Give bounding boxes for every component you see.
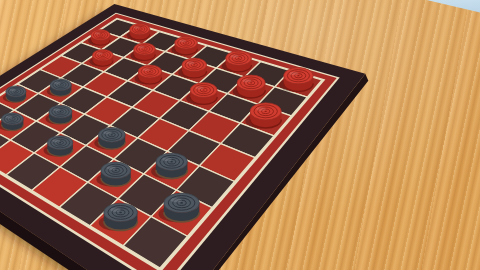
piece-highlight bbox=[97, 52, 103, 55]
piece-highlight bbox=[171, 198, 182, 202]
piece-highlight bbox=[104, 131, 112, 134]
piece-center-dot bbox=[170, 161, 173, 162]
piece-center-dot bbox=[111, 134, 113, 135]
piece-center-dot bbox=[193, 64, 195, 65]
piece-center-dot bbox=[119, 212, 122, 213]
piece-highlight bbox=[6, 116, 13, 119]
piece-center-dot bbox=[144, 48, 146, 49]
piece-highlight bbox=[143, 68, 150, 71]
checkers-scene bbox=[0, 0, 480, 270]
piece-highlight bbox=[52, 139, 60, 142]
piece-highlight bbox=[196, 86, 204, 89]
piece-center-dot bbox=[264, 111, 266, 112]
piece-center-dot bbox=[203, 89, 205, 90]
piece-highlight bbox=[231, 55, 239, 58]
piece-highlight bbox=[290, 72, 299, 76]
piece-highlight bbox=[256, 107, 265, 111]
black-piece-6-1[interactable] bbox=[0, 113, 23, 131]
piece-highlight bbox=[187, 61, 194, 64]
piece-center-dot bbox=[139, 29, 141, 30]
piece-center-dot bbox=[59, 142, 61, 143]
piece-highlight bbox=[162, 157, 171, 161]
piece-center-dot bbox=[60, 111, 62, 112]
piece-center-dot bbox=[60, 84, 62, 85]
piece-highlight bbox=[110, 208, 120, 212]
piece-highlight bbox=[10, 89, 16, 91]
piece-highlight bbox=[243, 79, 251, 82]
piece-highlight bbox=[54, 82, 60, 85]
piece-center-dot bbox=[15, 91, 17, 92]
piece-highlight bbox=[53, 108, 60, 111]
piece-highlight bbox=[179, 40, 186, 43]
piece-highlight bbox=[138, 46, 145, 49]
piece-highlight bbox=[107, 166, 116, 170]
piece-center-dot bbox=[100, 34, 102, 35]
piece-center-dot bbox=[12, 118, 14, 119]
piece-center-dot bbox=[250, 82, 252, 83]
piece-center-dot bbox=[115, 170, 117, 171]
piece-center-dot bbox=[185, 42, 187, 43]
piece-center-dot bbox=[297, 75, 299, 76]
piece-center-dot bbox=[180, 202, 183, 204]
piece-highlight bbox=[134, 26, 140, 28]
piece-center-dot bbox=[149, 71, 151, 72]
piece-highlight bbox=[95, 32, 101, 34]
piece-center-dot bbox=[102, 55, 104, 56]
piece-center-dot bbox=[238, 58, 240, 59]
